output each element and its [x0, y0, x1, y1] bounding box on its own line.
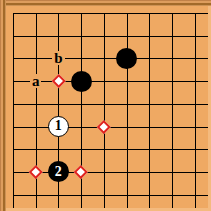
marked-point-icon — [29, 165, 42, 178]
point-label-a: a — [30, 74, 42, 88]
board-point: 2 — [47, 160, 70, 183]
board-cut-edge-right — [208, 0, 211, 211]
board-point: 1 — [47, 115, 70, 138]
board-point — [92, 115, 115, 138]
go-board: ba12 — [0, 0, 211, 211]
move-number: 1 — [55, 119, 62, 133]
board-grid: ba12 — [2, 2, 206, 206]
board-point — [70, 70, 93, 93]
black-stone — [116, 48, 137, 69]
board-cut-edge-bottom — [0, 208, 211, 211]
board-point — [115, 47, 138, 70]
board-point — [70, 160, 93, 183]
move-number: 2 — [55, 165, 62, 179]
marked-point-icon — [74, 165, 87, 178]
black-stone — [71, 71, 92, 92]
marked-point-icon — [52, 74, 65, 87]
board-point — [47, 70, 70, 93]
board-point — [24, 160, 47, 183]
marked-point-icon — [97, 120, 110, 133]
board-point: a — [24, 70, 47, 93]
board-point: b — [47, 47, 70, 70]
point-label-b: b — [52, 51, 64, 65]
black-stone-move-2: 2 — [48, 161, 69, 182]
white-stone-move-1: 1 — [48, 116, 69, 137]
